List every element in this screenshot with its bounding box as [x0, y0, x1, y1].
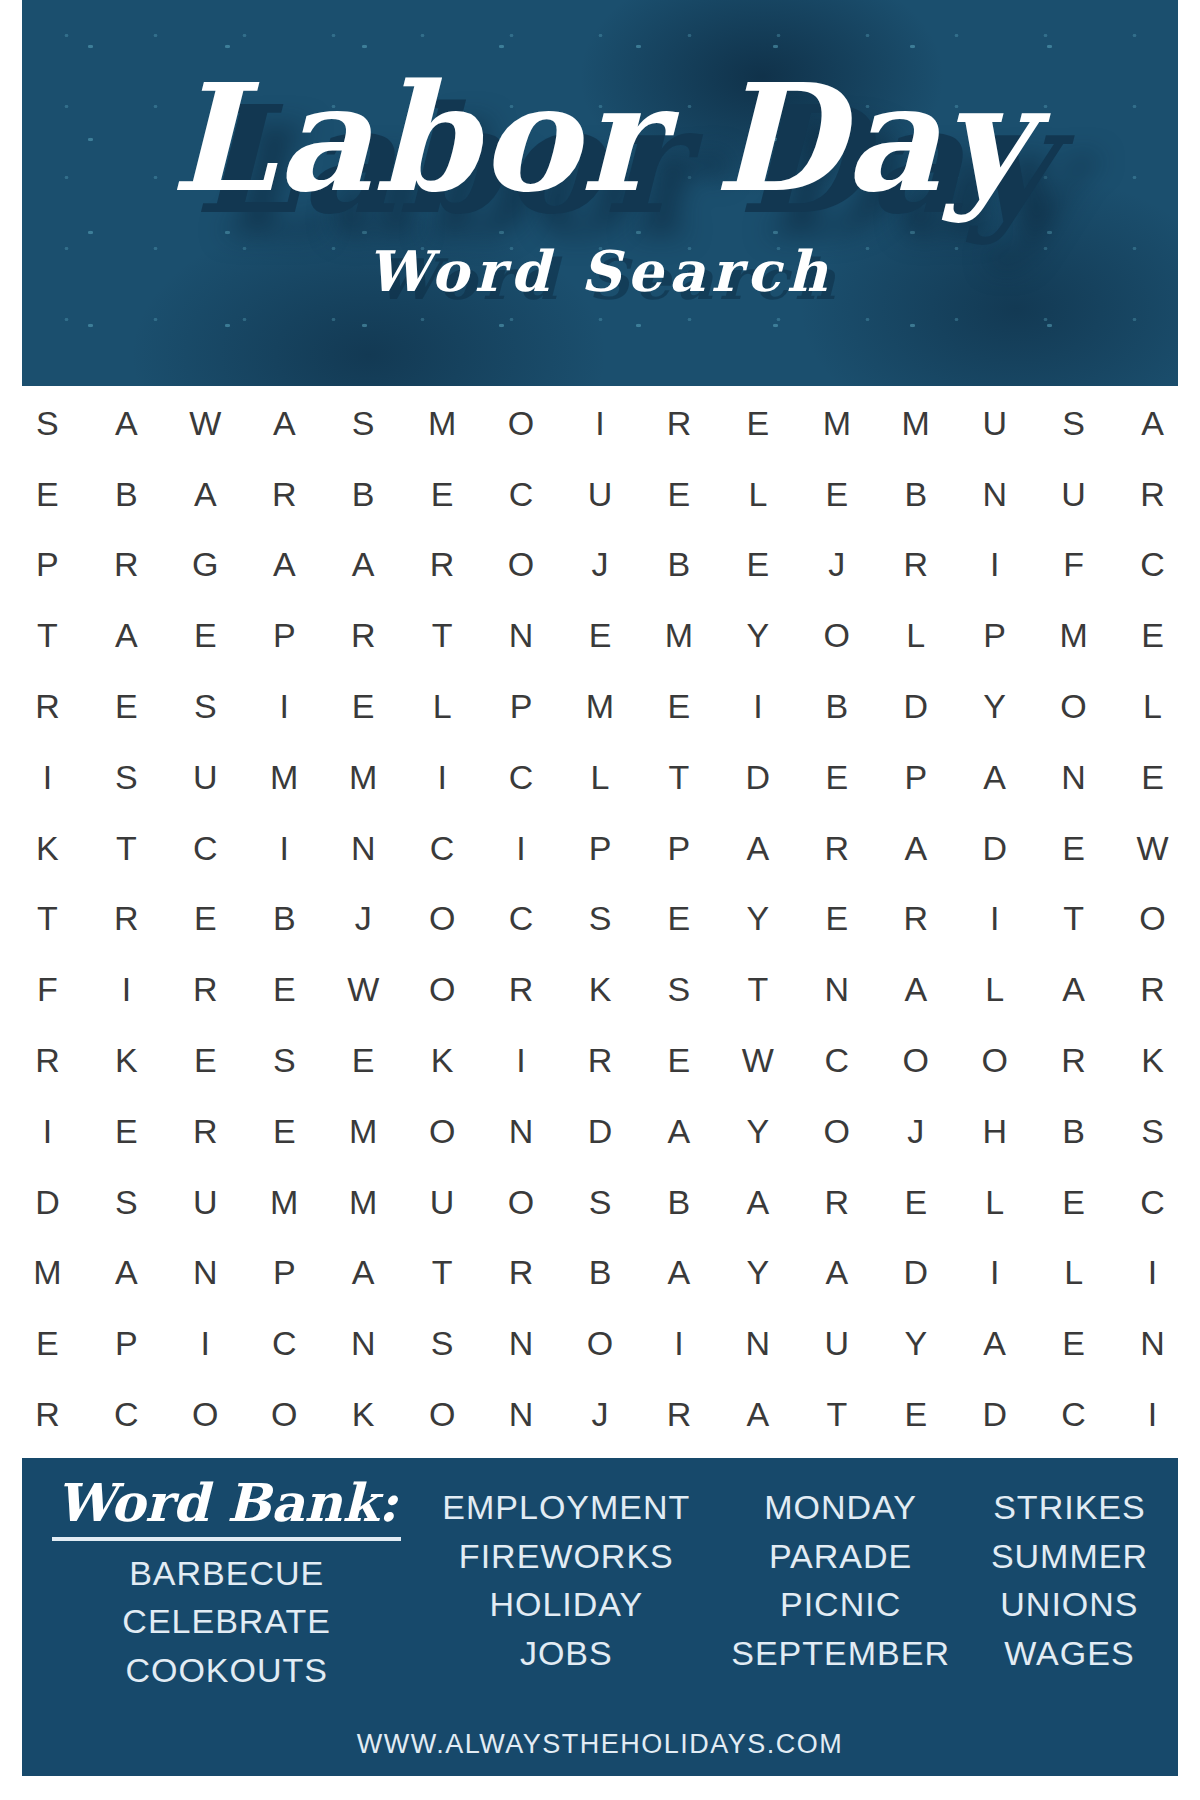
grid-cell[interactable]: E — [797, 459, 876, 530]
grid-cell[interactable]: L — [1034, 1238, 1113, 1309]
grid-cell[interactable]: D — [876, 1238, 955, 1309]
word-bank-item: SUMMER — [991, 1539, 1148, 1575]
grid-cell[interactable]: B — [639, 530, 718, 601]
grid-cell[interactable]: T — [8, 600, 87, 671]
grid-cell[interactable]: D — [955, 1379, 1034, 1450]
grid-cell[interactable]: R — [8, 671, 87, 742]
grid-cell[interactable]: A — [639, 1096, 718, 1167]
grid-cell[interactable]: Y — [718, 1238, 797, 1309]
grid-cell[interactable]: E — [166, 884, 245, 955]
grid-cell[interactable]: S — [245, 1025, 324, 1096]
grid-cell[interactable]: U — [403, 1167, 482, 1238]
grid-cell[interactable]: O — [482, 1167, 561, 1238]
grid-cell[interactable]: I — [482, 1025, 561, 1096]
grid-cell[interactable]: I — [8, 742, 87, 813]
grid-cell[interactable]: O — [482, 388, 561, 459]
grid-cell[interactable]: L — [955, 954, 1034, 1025]
grid-cell[interactable]: E — [166, 1025, 245, 1096]
grid-cell[interactable]: N — [324, 1308, 403, 1379]
grid-cell[interactable]: O — [482, 530, 561, 601]
grid-cell[interactable]: I — [955, 884, 1034, 955]
grid-cell[interactable]: B — [639, 1167, 718, 1238]
grid-cell[interactable]: O — [403, 1096, 482, 1167]
grid-cell[interactable]: O — [1034, 671, 1113, 742]
grid-cell[interactable]: N — [482, 1379, 561, 1450]
word-bank-item: SEPTEMBER — [731, 1636, 950, 1672]
grid-cell[interactable]: Y — [876, 1308, 955, 1379]
word-bank-item: PICNIC — [780, 1587, 901, 1623]
grid-cell[interactable]: M — [797, 388, 876, 459]
grid-cell[interactable]: E — [8, 459, 87, 530]
grid-cell[interactable]: R — [797, 1167, 876, 1238]
grid-cell[interactable]: E — [1113, 600, 1192, 671]
grid-cell[interactable]: K — [8, 813, 87, 884]
grid-cell[interactable]: J — [561, 530, 640, 601]
word-bank-item: CELEBRATE — [122, 1604, 331, 1640]
grid-cell[interactable]: A — [955, 742, 1034, 813]
grid-cell[interactable]: L — [561, 742, 640, 813]
grid-cell[interactable]: L — [1113, 671, 1192, 742]
grid-cell[interactable]: C — [1034, 1379, 1113, 1450]
grid-cell[interactable]: S — [1113, 1096, 1192, 1167]
grid-cell[interactable]: A — [87, 1238, 166, 1309]
grid-cell[interactable]: E — [324, 671, 403, 742]
grid-cell[interactable]: K — [561, 954, 640, 1025]
grid-cell[interactable]: P — [561, 813, 640, 884]
grid-cell[interactable]: M — [8, 1238, 87, 1309]
grid-cell[interactable]: W — [718, 1025, 797, 1096]
grid-cell[interactable]: R — [482, 954, 561, 1025]
grid-cell[interactable]: M — [324, 1167, 403, 1238]
grid-cell[interactable]: B — [324, 459, 403, 530]
grid-cell[interactable]: O — [166, 1379, 245, 1450]
grid-cell[interactable]: E — [561, 600, 640, 671]
grid-cell[interactable]: I — [403, 742, 482, 813]
grid-cell[interactable]: E — [166, 600, 245, 671]
grid-cell[interactable]: I — [8, 1096, 87, 1167]
grid-cell[interactable]: P — [955, 600, 1034, 671]
grid-cell[interactable]: T — [639, 742, 718, 813]
grid-cell[interactable]: A — [718, 1167, 797, 1238]
grid-cell[interactable]: R — [876, 884, 955, 955]
word-bank-item: FIREWORKS — [459, 1539, 674, 1575]
grid-cell[interactable]: M — [245, 1167, 324, 1238]
grid-cell[interactable]: E — [245, 954, 324, 1025]
grid-cell[interactable]: A — [876, 954, 955, 1025]
grid-cell[interactable]: E — [87, 1096, 166, 1167]
grid-cell[interactable]: R — [876, 530, 955, 601]
grid-cell[interactable]: T — [8, 884, 87, 955]
grid-cell[interactable]: O — [245, 1379, 324, 1450]
page-subtitle: Word Search — [367, 238, 834, 304]
grid-cell[interactable]: T — [797, 1379, 876, 1450]
word-bank-column: STRIKESSUMMERUNIONSWAGES — [991, 1476, 1148, 1689]
word-bank-item: MONDAY — [764, 1490, 917, 1526]
grid-cell[interactable]: U — [955, 388, 1034, 459]
grid-cell[interactable]: J — [797, 530, 876, 601]
grid-cell[interactable]: R — [1113, 954, 1192, 1025]
grid-cell[interactable]: N — [482, 1308, 561, 1379]
grid-cell[interactable]: P — [639, 813, 718, 884]
grid-cell[interactable]: E — [639, 459, 718, 530]
grid-cell[interactable]: Y — [718, 600, 797, 671]
header-banner: Labor Day Word Search — [22, 0, 1178, 386]
grid-cell[interactable]: P — [876, 742, 955, 813]
grid-cell[interactable]: J — [324, 884, 403, 955]
grid-cell[interactable]: E — [403, 459, 482, 530]
grid-cell[interactable]: E — [245, 1096, 324, 1167]
grid-cell[interactable]: N — [324, 813, 403, 884]
grid-cell[interactable]: P — [87, 1308, 166, 1379]
grid-cell[interactable]: A — [324, 530, 403, 601]
word-bank-item: BARBECUE — [129, 1556, 324, 1592]
grid-cell[interactable]: C — [482, 884, 561, 955]
word-bank-item: STRIKES — [993, 1490, 1145, 1526]
grid-cell[interactable]: D — [955, 813, 1034, 884]
grid-cell[interactable]: Y — [955, 671, 1034, 742]
grid-cell[interactable]: E — [1113, 742, 1192, 813]
grid-cell[interactable]: J — [876, 1096, 955, 1167]
grid-cell[interactable]: M — [245, 742, 324, 813]
grid-cell[interactable]: C — [482, 742, 561, 813]
grid-cell[interactable]: P — [482, 671, 561, 742]
grid-cell[interactable]: K — [1113, 1025, 1192, 1096]
grid-cell[interactable]: E — [797, 742, 876, 813]
grid-cell[interactable]: C — [403, 813, 482, 884]
grid-cell[interactable]: T — [87, 813, 166, 884]
grid-cell[interactable]: M — [561, 671, 640, 742]
grid-cell[interactable]: C — [245, 1308, 324, 1379]
grid-cell[interactable]: A — [718, 813, 797, 884]
grid-cell[interactable]: M — [876, 388, 955, 459]
grid-cell[interactable]: R — [403, 530, 482, 601]
grid-cell[interactable]: B — [876, 459, 955, 530]
grid-cell[interactable]: I — [561, 388, 640, 459]
grid-cell[interactable]: A — [718, 1379, 797, 1450]
grid-cell[interactable]: N — [1034, 742, 1113, 813]
grid-cell[interactable]: T — [1034, 884, 1113, 955]
grid-cell[interactable]: E — [1034, 1167, 1113, 1238]
grid-cell[interactable]: C — [482, 459, 561, 530]
grid-cell[interactable]: I — [166, 1308, 245, 1379]
grid-cell[interactable]: D — [718, 742, 797, 813]
grid-cell[interactable]: Y — [718, 884, 797, 955]
grid-cell[interactable]: P — [245, 1238, 324, 1309]
grid-cell[interactable]: M — [639, 600, 718, 671]
grid-cell[interactable]: L — [955, 1167, 1034, 1238]
grid-cell[interactable]: U — [166, 742, 245, 813]
grid-cell[interactable]: R — [561, 1025, 640, 1096]
grid-cell[interactable]: E — [87, 671, 166, 742]
word-bank-panel: Word Bank: BARBECUECELEBRATECOOKOUTS EMP… — [22, 1458, 1178, 1776]
grid-cell[interactable]: R — [324, 600, 403, 671]
grid-cell[interactable]: M — [324, 1096, 403, 1167]
grid-cell[interactable]: R — [797, 813, 876, 884]
word-bank-label: Word Bank: — [52, 1476, 401, 1541]
grid-cell[interactable]: S — [403, 1308, 482, 1379]
grid-cell[interactable]: O — [403, 1379, 482, 1450]
grid-cell[interactable]: T — [403, 600, 482, 671]
grid-cell[interactable]: H — [955, 1096, 1034, 1167]
grid-cell[interactable]: O — [955, 1025, 1034, 1096]
grid-cell[interactable]: E — [639, 1025, 718, 1096]
grid-cell[interactable]: I — [955, 1238, 1034, 1309]
grid-cell[interactable]: A — [1034, 954, 1113, 1025]
grid-cell[interactable]: R — [639, 388, 718, 459]
grid-cell[interactable]: C — [1113, 1167, 1192, 1238]
grid-cell[interactable]: B — [1034, 1096, 1113, 1167]
grid-cell[interactable]: L — [876, 600, 955, 671]
grid-cell[interactable]: S — [561, 884, 640, 955]
grid-cell[interactable]: E — [8, 1308, 87, 1379]
grid-cell[interactable]: O — [1113, 884, 1192, 955]
grid-cell[interactable]: T — [403, 1238, 482, 1309]
grid-cell[interactable]: I — [482, 813, 561, 884]
grid-cell[interactable]: O — [403, 954, 482, 1025]
page: Labor Day Word Search SAWASMOIREMMUSAEBA… — [0, 0, 1200, 1800]
grid-cell[interactable]: C — [797, 1025, 876, 1096]
grid-cell[interactable]: P — [245, 600, 324, 671]
grid-cell[interactable]: K — [87, 1025, 166, 1096]
grid-cell[interactable]: E — [1034, 813, 1113, 884]
grid-cell[interactable]: O — [797, 600, 876, 671]
grid-cell[interactable]: I — [1113, 1379, 1192, 1450]
word-bank-item: COOKOUTS — [125, 1653, 328, 1689]
grid-cell[interactable]: N — [1113, 1308, 1192, 1379]
grid-cell[interactable]: R — [166, 1096, 245, 1167]
grid-cell[interactable]: R — [1113, 459, 1192, 530]
grid-cell[interactable]: F — [1034, 530, 1113, 601]
grid-cell[interactable]: A — [876, 813, 955, 884]
grid-cell[interactable]: W — [324, 954, 403, 1025]
grid-cell[interactable]: N — [718, 1308, 797, 1379]
grid-cell[interactable]: I — [1113, 1238, 1192, 1309]
grid-cell[interactable]: R — [245, 459, 324, 530]
grid-cell[interactable]: S — [561, 1167, 640, 1238]
grid-cell[interactable]: A — [245, 388, 324, 459]
grid-cell[interactable]: A — [166, 459, 245, 530]
page-title: Labor Day — [170, 64, 1030, 212]
grid-cell[interactable]: P — [8, 530, 87, 601]
grid-cell[interactable]: J — [561, 1379, 640, 1450]
grid-cell[interactable]: C — [87, 1379, 166, 1450]
word-bank-item: UNIONS — [1000, 1587, 1138, 1623]
grid-cell[interactable]: D — [8, 1167, 87, 1238]
grid-cell[interactable]: S — [87, 1167, 166, 1238]
grid-cell[interactable]: L — [403, 671, 482, 742]
grid-cell[interactable]: E — [1034, 1308, 1113, 1379]
grid-cell[interactable]: A — [245, 530, 324, 601]
grid-cell[interactable]: C — [166, 813, 245, 884]
grid-cell[interactable]: M — [1034, 600, 1113, 671]
grid-cell[interactable]: A — [797, 1238, 876, 1309]
website-url: WWW.ALWAYSTHEHOLIDAYS.COM — [22, 1729, 1178, 1760]
grid-cell[interactable]: O — [403, 884, 482, 955]
grid-cell[interactable]: E — [324, 1025, 403, 1096]
grid-cell[interactable]: K — [403, 1025, 482, 1096]
grid-cell[interactable]: D — [876, 671, 955, 742]
grid-cell[interactable]: N — [955, 459, 1034, 530]
grid-cell[interactable]: A — [955, 1308, 1034, 1379]
word-bank-column: EMPLOYMENTFIREWORKSHOLIDAYJOBS — [442, 1476, 690, 1689]
grid-cell[interactable]: E — [876, 1167, 955, 1238]
grid-cell[interactable]: E — [639, 884, 718, 955]
grid-cell[interactable]: D — [561, 1096, 640, 1167]
grid-cell[interactable]: R — [1034, 1025, 1113, 1096]
grid-cell[interactable]: W — [1113, 813, 1192, 884]
grid-cell[interactable]: N — [797, 954, 876, 1025]
grid-cell[interactable]: E — [718, 530, 797, 601]
grid-cell[interactable]: S — [639, 954, 718, 1025]
grid-cell[interactable]: U — [561, 459, 640, 530]
grid-cell[interactable]: U — [166, 1167, 245, 1238]
grid-cell[interactable]: K — [324, 1379, 403, 1450]
grid-cell[interactable]: R — [639, 1379, 718, 1450]
grid-cell[interactable]: O — [797, 1096, 876, 1167]
grid-cell[interactable]: N — [482, 600, 561, 671]
grid-cell[interactable]: I — [245, 671, 324, 742]
grid-cell[interactable]: A — [87, 600, 166, 671]
grid-cell[interactable]: A — [639, 1238, 718, 1309]
word-bank-item: PARADE — [769, 1539, 912, 1575]
grid-cell[interactable]: U — [1034, 459, 1113, 530]
grid-cell[interactable]: R — [8, 1025, 87, 1096]
grid-cell[interactable]: I — [955, 530, 1034, 601]
grid-cell[interactable]: S — [8, 388, 87, 459]
word-bank-item: WAGES — [1004, 1636, 1134, 1672]
grid-cell[interactable]: U — [797, 1308, 876, 1379]
word-bank-item: JOBS — [520, 1636, 613, 1672]
grid-cell[interactable]: N — [482, 1096, 561, 1167]
grid-cell[interactable]: Y — [718, 1096, 797, 1167]
grid-cell[interactable]: R — [87, 530, 166, 601]
grid-cell[interactable]: S — [87, 742, 166, 813]
grid-cell[interactable]: R — [166, 954, 245, 1025]
grid-cell[interactable]: T — [718, 954, 797, 1025]
grid-cell[interactable]: W — [166, 388, 245, 459]
grid-cell[interactable]: I — [718, 671, 797, 742]
word-bank-columns: Word Bank: BARBECUECELEBRATECOOKOUTS EMP… — [22, 1458, 1178, 1689]
grid-cell[interactable]: R — [87, 884, 166, 955]
grid-cell[interactable]: E — [718, 388, 797, 459]
grid-cell[interactable]: E — [639, 671, 718, 742]
grid-cell[interactable]: E — [876, 1379, 955, 1450]
word-bank-item: EMPLOYMENT — [442, 1490, 690, 1526]
word-bank-column: MONDAYPARADEPICNICSEPTEMBER — [731, 1476, 950, 1689]
grid-cell[interactable]: M — [403, 388, 482, 459]
grid-cell[interactable]: R — [8, 1379, 87, 1450]
grid-cell[interactable]: M — [324, 742, 403, 813]
grid-cell[interactable]: E — [797, 884, 876, 955]
grid-cell[interactable]: A — [1113, 388, 1192, 459]
word-bank-item: HOLIDAY — [489, 1587, 643, 1623]
grid-cell[interactable]: F — [8, 954, 87, 1025]
grid-cell[interactable]: B — [797, 671, 876, 742]
grid-cell[interactable]: A — [324, 1238, 403, 1309]
grid-cell[interactable]: S — [166, 671, 245, 742]
grid-cell[interactable]: B — [87, 459, 166, 530]
grid-cell[interactable]: I — [245, 813, 324, 884]
grid-cell[interactable]: I — [639, 1308, 718, 1379]
grid-cell[interactable]: R — [482, 1238, 561, 1309]
grid-cell[interactable]: C — [1113, 530, 1192, 601]
grid-cell[interactable]: O — [876, 1025, 955, 1096]
grid-cell[interactable]: B — [245, 884, 324, 955]
letter-grid: SAWASMOIREMMUSAEBARBECUELEBNURPRGAAROJBE… — [8, 388, 1192, 1450]
grid-cell[interactable]: S — [324, 388, 403, 459]
grid-cell[interactable]: G — [166, 530, 245, 601]
grid-cell[interactable]: A — [87, 388, 166, 459]
grid-cell[interactable]: S — [1034, 388, 1113, 459]
word-bank-column: Word Bank: BARBECUECELEBRATECOOKOUTS — [52, 1476, 401, 1689]
grid-cell[interactable]: I — [87, 954, 166, 1025]
grid-cell[interactable]: B — [561, 1238, 640, 1309]
grid-cell[interactable]: L — [718, 459, 797, 530]
grid-cell[interactable]: O — [561, 1308, 640, 1379]
grid-cell[interactable]: N — [166, 1238, 245, 1309]
